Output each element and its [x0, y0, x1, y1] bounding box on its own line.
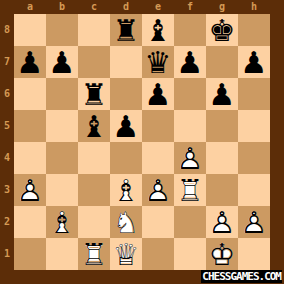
square-a2[interactable]: [14, 206, 46, 238]
black-king: ♚: [206, 14, 238, 46]
bishop-outline: ♗: [110, 174, 142, 206]
black-pawn: ♟: [238, 46, 270, 78]
square-g6[interactable]: ♟: [206, 78, 238, 110]
file-label-a: a: [14, 0, 46, 14]
square-d1[interactable]: ♛♕: [110, 238, 142, 270]
chess-diagram-frame: abcdefgh 87654321 ♜♝♚♟♟♛♟♟♜♟♟♝♟♟♙♟♙♝♗♟♙♜…: [0, 0, 284, 284]
square-f7[interactable]: ♟: [174, 46, 206, 78]
square-e7[interactable]: ♛: [142, 46, 174, 78]
pawn-outline: ♙: [174, 142, 206, 174]
king-outline: ♔: [206, 238, 238, 270]
rank-label-1: 1: [0, 238, 14, 270]
square-g3[interactable]: [206, 174, 238, 206]
square-f5[interactable]: [174, 110, 206, 142]
square-c6[interactable]: ♜: [78, 78, 110, 110]
square-a7[interactable]: ♟: [14, 46, 46, 78]
rook-outline: ♖: [174, 174, 206, 206]
chessgames-watermark: CHESSGAMES.COM: [201, 270, 282, 283]
square-e1[interactable]: [142, 238, 174, 270]
rank-label-3: 3: [0, 174, 14, 206]
black-bishop: ♝: [142, 14, 174, 46]
file-labels-row: abcdefgh: [14, 0, 270, 14]
square-d4[interactable]: [110, 142, 142, 174]
rook-outline: ♖: [78, 238, 110, 270]
file-label-b: b: [46, 0, 78, 14]
square-d8[interactable]: ♜: [110, 14, 142, 46]
square-h8[interactable]: [238, 14, 270, 46]
bishop-outline: ♗: [46, 206, 78, 238]
chess-board: ♜♝♚♟♟♛♟♟♜♟♟♝♟♟♙♟♙♝♗♟♙♜♖♝♗♞♘♟♙♟♙♜♖♛♕♚♔: [14, 14, 270, 270]
square-c4[interactable]: [78, 142, 110, 174]
square-f1[interactable]: [174, 238, 206, 270]
black-pawn: ♟: [110, 110, 142, 142]
square-b7[interactable]: ♟: [46, 46, 78, 78]
black-rook: ♜: [78, 78, 110, 110]
square-e5[interactable]: [142, 110, 174, 142]
square-d2[interactable]: ♞♘: [110, 206, 142, 238]
square-h5[interactable]: [238, 110, 270, 142]
black-rook: ♜: [110, 14, 142, 46]
black-pawn: ♟: [142, 78, 174, 110]
square-h6[interactable]: [238, 78, 270, 110]
square-c2[interactable]: [78, 206, 110, 238]
square-g1[interactable]: ♚♔: [206, 238, 238, 270]
black-queen: ♛: [142, 46, 174, 78]
square-b3[interactable]: [46, 174, 78, 206]
square-g4[interactable]: [206, 142, 238, 174]
knight-outline: ♘: [110, 206, 142, 238]
square-a8[interactable]: [14, 14, 46, 46]
square-h2[interactable]: ♟♙: [238, 206, 270, 238]
square-g8[interactable]: ♚: [206, 14, 238, 46]
rank-label-5: 5: [0, 110, 14, 142]
black-pawn: ♟: [14, 46, 46, 78]
square-d7[interactable]: [110, 46, 142, 78]
square-e6[interactable]: ♟: [142, 78, 174, 110]
square-g2[interactable]: ♟♙: [206, 206, 238, 238]
square-b2[interactable]: ♝♗: [46, 206, 78, 238]
rank-label-8: 8: [0, 14, 14, 46]
square-c7[interactable]: [78, 46, 110, 78]
pawn-outline: ♙: [238, 206, 270, 238]
square-a5[interactable]: [14, 110, 46, 142]
rank-label-7: 7: [0, 46, 14, 78]
square-c3[interactable]: [78, 174, 110, 206]
black-pawn: ♟: [174, 46, 206, 78]
black-pawn: ♟: [46, 46, 78, 78]
queen-outline: ♕: [110, 238, 142, 270]
rank-label-6: 6: [0, 78, 14, 110]
square-d3[interactable]: ♝♗: [110, 174, 142, 206]
square-f2[interactable]: [174, 206, 206, 238]
file-label-f: f: [174, 0, 206, 14]
square-h7[interactable]: ♟: [238, 46, 270, 78]
square-a3[interactable]: ♟♙: [14, 174, 46, 206]
square-a6[interactable]: [14, 78, 46, 110]
black-pawn: ♟: [206, 78, 238, 110]
black-bishop: ♝: [78, 110, 110, 142]
square-e4[interactable]: [142, 142, 174, 174]
square-g5[interactable]: [206, 110, 238, 142]
square-b5[interactable]: [46, 110, 78, 142]
file-label-c: c: [78, 0, 110, 14]
square-f8[interactable]: [174, 14, 206, 46]
square-b1[interactable]: [46, 238, 78, 270]
square-h3[interactable]: [238, 174, 270, 206]
square-f3[interactable]: ♜♖: [174, 174, 206, 206]
square-e8[interactable]: ♝: [142, 14, 174, 46]
square-f4[interactable]: ♟♙: [174, 142, 206, 174]
square-a1[interactable]: [14, 238, 46, 270]
file-label-d: d: [110, 0, 142, 14]
square-h4[interactable]: [238, 142, 270, 174]
square-b6[interactable]: [46, 78, 78, 110]
pawn-outline: ♙: [142, 174, 174, 206]
file-label-h: h: [238, 0, 270, 14]
square-d6[interactable]: [110, 78, 142, 110]
rank-label-4: 4: [0, 142, 14, 174]
square-b4[interactable]: [46, 142, 78, 174]
square-e3[interactable]: ♟♙: [142, 174, 174, 206]
file-label-g: g: [206, 0, 238, 14]
square-b8[interactable]: [46, 14, 78, 46]
square-d5[interactable]: ♟: [110, 110, 142, 142]
square-h1[interactable]: [238, 238, 270, 270]
square-e2[interactable]: [142, 206, 174, 238]
rank-label-2: 2: [0, 206, 14, 238]
file-label-e: e: [142, 0, 174, 14]
square-c5[interactable]: ♝: [78, 110, 110, 142]
square-c1[interactable]: ♜♖: [78, 238, 110, 270]
rank-labels-column: 87654321: [0, 14, 14, 270]
pawn-outline: ♙: [14, 174, 46, 206]
square-f6[interactable]: [174, 78, 206, 110]
square-a4[interactable]: [14, 142, 46, 174]
square-c8[interactable]: [78, 14, 110, 46]
square-g7[interactable]: [206, 46, 238, 78]
pawn-outline: ♙: [206, 206, 238, 238]
